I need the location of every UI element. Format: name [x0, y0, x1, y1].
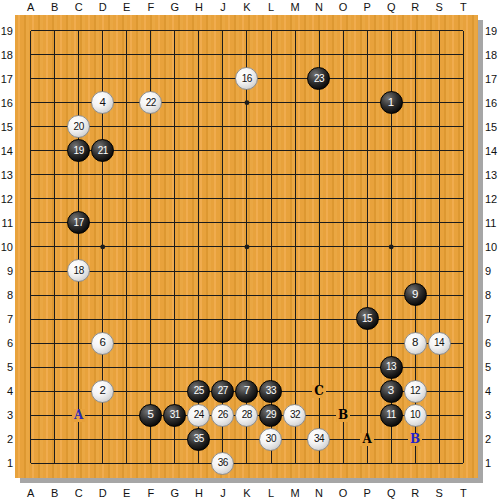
- row-label-left: 19: [0, 25, 13, 37]
- move-number: 10: [410, 410, 420, 420]
- move-number: 21: [98, 146, 108, 156]
- stone-black-9[interactable]: 9: [404, 283, 427, 306]
- row-label-left: 2: [0, 433, 13, 445]
- stone-white-4[interactable]: 4: [91, 91, 114, 114]
- col-label-bottom: N: [315, 487, 323, 499]
- col-label-top: F: [147, 1, 154, 13]
- row-label-right: 12: [485, 193, 497, 205]
- col-label-bottom: R: [411, 487, 419, 499]
- stone-white-2[interactable]: 2: [91, 380, 114, 403]
- row-label-right: 7: [485, 313, 491, 325]
- move-number: 35: [194, 434, 204, 444]
- row-label-left: 7: [0, 313, 13, 325]
- row-label-left: 12: [0, 193, 13, 205]
- move-number: 27: [218, 386, 228, 396]
- move-number: 7: [244, 385, 250, 397]
- go-board[interactable]: 1234567891011121314151617181920212223242…: [15, 15, 478, 478]
- col-label-top: D: [99, 1, 107, 13]
- move-number: 34: [314, 434, 324, 444]
- move-number: 5: [148, 409, 154, 421]
- stone-black-35[interactable]: 35: [187, 428, 210, 451]
- col-label-bottom: H: [195, 487, 203, 499]
- move-number: 9: [412, 289, 418, 301]
- stone-black-11[interactable]: 11: [380, 404, 403, 427]
- col-label-top: T: [460, 1, 467, 13]
- col-label-bottom: J: [220, 487, 226, 499]
- move-number: 24: [194, 410, 204, 420]
- move-number: 11: [386, 410, 395, 420]
- col-label-top: E: [123, 1, 130, 13]
- move-number: 19: [74, 146, 84, 156]
- move-number: 6: [99, 337, 105, 349]
- move-number: 20: [74, 122, 84, 132]
- row-label-right: 10: [485, 241, 497, 253]
- row-label-left: 14: [0, 145, 13, 157]
- move-number: 33: [266, 386, 276, 396]
- row-label-right: 17: [485, 73, 497, 85]
- move-number: 23: [314, 74, 324, 84]
- row-label-right: 18: [485, 49, 497, 61]
- col-label-bottom: L: [268, 487, 274, 499]
- row-label-right: 19: [485, 25, 497, 37]
- stone-black-23[interactable]: 23: [307, 67, 330, 90]
- col-label-bottom: E: [123, 487, 130, 499]
- point-label-b[interactable]: B: [408, 433, 422, 446]
- stone-white-12[interactable]: 12: [404, 380, 427, 403]
- move-number: 31: [170, 410, 180, 420]
- go-diagram: ABCDEFGHJKLMNOPQRST ABCDEFGHJKLMNOPQRST …: [0, 0, 500, 500]
- row-label-right: 1: [485, 457, 491, 469]
- col-label-bottom: S: [436, 487, 443, 499]
- col-label-bottom: G: [171, 487, 180, 499]
- move-number: 18: [74, 266, 84, 276]
- row-label-left: 16: [0, 97, 13, 109]
- row-label-right: 16: [485, 97, 497, 109]
- stone-black-13[interactable]: 13: [380, 356, 403, 379]
- move-number: 2: [99, 385, 105, 397]
- move-number: 36: [218, 458, 228, 468]
- stone-black-15[interactable]: 15: [356, 307, 379, 330]
- col-label-top: M: [290, 1, 299, 13]
- move-number: 16: [242, 74, 252, 84]
- col-label-top: R: [411, 1, 419, 13]
- row-label-left: 1: [0, 457, 13, 469]
- row-label-left: 6: [0, 337, 13, 349]
- move-number: 12: [410, 386, 420, 396]
- move-number: 1: [388, 97, 394, 109]
- row-label-right: 15: [485, 121, 497, 133]
- move-number: 26: [218, 410, 228, 420]
- col-label-bottom: P: [363, 487, 370, 499]
- stone-black-7[interactable]: 7: [235, 380, 258, 403]
- move-number: 15: [362, 314, 372, 324]
- col-label-bottom: T: [460, 487, 467, 499]
- stone-white-8[interactable]: 8: [404, 332, 427, 355]
- row-label-right: 5: [485, 361, 491, 373]
- row-label-left: 4: [0, 385, 13, 397]
- move-number: 32: [290, 410, 300, 420]
- col-label-top: J: [220, 1, 226, 13]
- row-label-right: 8: [485, 289, 491, 301]
- move-number: 28: [242, 410, 252, 420]
- move-number: 29: [266, 410, 276, 420]
- move-number: 14: [434, 338, 444, 348]
- stone-black-25[interactable]: 25: [187, 380, 210, 403]
- stone-black-17[interactable]: 17: [67, 211, 90, 234]
- stone-black-29[interactable]: 29: [259, 404, 282, 427]
- move-number: 8: [412, 337, 418, 349]
- stone-white-18[interactable]: 18: [67, 259, 90, 282]
- row-label-right: 2: [485, 433, 491, 445]
- row-label-left: 8: [0, 289, 13, 301]
- point-label-a[interactable]: A: [360, 433, 373, 446]
- row-label-left: 18: [0, 49, 13, 61]
- row-label-right: 11: [485, 217, 496, 229]
- col-label-top: G: [171, 1, 180, 13]
- stone-white-30[interactable]: 30: [259, 428, 282, 451]
- col-label-bottom: C: [75, 487, 83, 499]
- stone-white-32[interactable]: 32: [283, 404, 306, 427]
- stone-black-27[interactable]: 27: [211, 380, 234, 403]
- stone-white-22[interactable]: 22: [139, 91, 162, 114]
- move-number: 17: [74, 218, 84, 228]
- stone-white-14[interactable]: 14: [428, 332, 451, 355]
- row-label-right: 13: [485, 169, 497, 181]
- stone-black-5[interactable]: 5: [139, 404, 162, 427]
- stones-layer: 1234567891011121314151617181920212223242…: [19, 19, 476, 476]
- row-label-right: 14: [485, 145, 497, 157]
- row-label-left: 13: [0, 169, 13, 181]
- row-label-left: 3: [0, 409, 13, 421]
- point-label-a[interactable]: A: [72, 409, 85, 422]
- col-label-top: S: [436, 1, 443, 13]
- stone-black-1[interactable]: 1: [380, 91, 403, 114]
- col-label-top: H: [195, 1, 203, 13]
- row-label-left: 15: [0, 121, 13, 133]
- col-label-top: O: [339, 1, 348, 13]
- col-label-top: B: [51, 1, 58, 13]
- row-label-left: 9: [0, 265, 13, 277]
- move-number: 13: [386, 362, 396, 372]
- point-label-b[interactable]: B: [336, 409, 350, 422]
- col-label-top: Q: [387, 1, 396, 13]
- col-label-bottom: K: [243, 487, 250, 499]
- row-label-left: 11: [0, 217, 13, 229]
- stone-black-33[interactable]: 33: [259, 380, 282, 403]
- col-label-bottom: Q: [387, 487, 396, 499]
- stone-white-16[interactable]: 16: [235, 67, 258, 90]
- col-label-top: A: [27, 1, 34, 13]
- stone-white-28[interactable]: 28: [235, 404, 258, 427]
- move-number: 4: [99, 97, 105, 109]
- stone-white-10[interactable]: 10: [404, 404, 427, 427]
- col-label-top: P: [363, 1, 370, 13]
- stone-white-26[interactable]: 26: [211, 404, 234, 427]
- col-label-bottom: B: [51, 487, 58, 499]
- row-label-right: 6: [485, 337, 491, 349]
- stone-black-31[interactable]: 31: [163, 404, 186, 427]
- row-label-left: 17: [0, 73, 13, 85]
- row-label-left: 10: [0, 241, 13, 253]
- col-label-bottom: M: [290, 487, 299, 499]
- col-label-top: L: [268, 1, 274, 13]
- move-number: 30: [266, 434, 276, 444]
- stone-white-20[interactable]: 20: [67, 115, 90, 138]
- stone-white-6[interactable]: 6: [91, 332, 114, 355]
- stone-white-34[interactable]: 34: [307, 428, 330, 451]
- stone-white-36[interactable]: 36: [211, 452, 234, 475]
- col-label-top: N: [315, 1, 323, 13]
- stone-black-21[interactable]: 21: [91, 139, 114, 162]
- stone-black-3[interactable]: 3: [380, 380, 403, 403]
- col-label-bottom: F: [147, 487, 154, 499]
- col-label-bottom: O: [339, 487, 348, 499]
- col-label-bottom: D: [99, 487, 107, 499]
- move-number: 3: [388, 385, 394, 397]
- col-label-bottom: A: [27, 487, 34, 499]
- row-label-right: 4: [485, 385, 491, 397]
- point-label-c[interactable]: C: [312, 385, 326, 398]
- stone-white-24[interactable]: 24: [187, 404, 210, 427]
- move-number: 25: [194, 386, 204, 396]
- move-number: 22: [146, 98, 156, 108]
- row-label-left: 5: [0, 361, 13, 373]
- row-label-right: 3: [485, 409, 491, 421]
- col-label-top: C: [75, 1, 83, 13]
- stone-black-19[interactable]: 19: [67, 139, 90, 162]
- row-label-right: 9: [485, 265, 491, 277]
- col-label-top: K: [243, 1, 250, 13]
